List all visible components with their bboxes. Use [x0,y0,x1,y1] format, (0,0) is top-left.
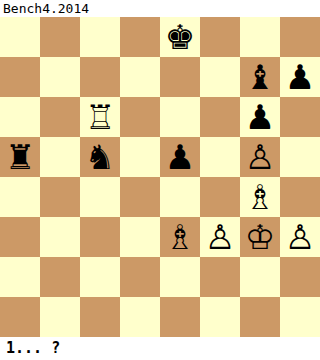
square-d8[interactable] [120,17,160,57]
square-f5[interactable] [200,137,240,177]
square-f8[interactable] [200,17,240,57]
square-c4[interactable] [80,177,120,217]
square-e5[interactable]: ♟ [160,137,200,177]
black-pawn: ♟ [245,97,275,137]
black-bishop: ♝ [245,57,275,97]
square-a4[interactable] [0,177,40,217]
square-b5[interactable] [40,137,80,177]
white-rook: ♖ [85,97,115,137]
square-a5[interactable]: ♜ [0,137,40,177]
square-a1[interactable] [0,297,40,337]
square-a6[interactable] [0,97,40,137]
square-h8[interactable] [280,17,320,57]
square-a7[interactable] [0,57,40,97]
square-g6[interactable]: ♟ [240,97,280,137]
square-e1[interactable] [160,297,200,337]
square-e4[interactable] [160,177,200,217]
square-c7[interactable] [80,57,120,97]
square-e3[interactable]: ♗ [160,217,200,257]
square-d6[interactable] [120,97,160,137]
square-c3[interactable] [80,217,120,257]
square-b8[interactable] [40,17,80,57]
white-bishop: ♗ [245,177,275,217]
square-a3[interactable] [0,217,40,257]
square-g1[interactable] [240,297,280,337]
square-g8[interactable] [240,17,280,57]
square-d5[interactable] [120,137,160,177]
square-c1[interactable] [80,297,120,337]
square-h6[interactable] [280,97,320,137]
square-e6[interactable] [160,97,200,137]
square-b6[interactable] [40,97,80,137]
black-pawn: ♟ [285,57,315,97]
square-c2[interactable] [80,257,120,297]
square-h4[interactable] [280,177,320,217]
square-f2[interactable] [200,257,240,297]
move-prompt: 1... ? [0,337,320,360]
square-d1[interactable] [120,297,160,337]
square-d7[interactable] [120,57,160,97]
square-d3[interactable] [120,217,160,257]
black-king: ♚ [165,17,195,57]
chess-board: ♚♝♟♖♟♜♞♟♙♗♗♙♔♙ [0,17,320,337]
square-b1[interactable] [40,297,80,337]
square-h2[interactable] [280,257,320,297]
square-f6[interactable] [200,97,240,137]
square-e8[interactable]: ♚ [160,17,200,57]
square-h5[interactable] [280,137,320,177]
square-c6[interactable]: ♖ [80,97,120,137]
square-c8[interactable] [80,17,120,57]
square-d4[interactable] [120,177,160,217]
square-h7[interactable]: ♟ [280,57,320,97]
square-g7[interactable]: ♝ [240,57,280,97]
diagram-title: Bench4.2014 [0,0,320,17]
square-g4[interactable]: ♗ [240,177,280,217]
square-f1[interactable] [200,297,240,337]
black-pawn: ♟ [165,137,195,177]
black-knight: ♞ [85,137,115,177]
square-b3[interactable] [40,217,80,257]
square-h1[interactable] [280,297,320,337]
white-bishop: ♗ [165,217,195,257]
square-g3[interactable]: ♔ [240,217,280,257]
square-h3[interactable]: ♙ [280,217,320,257]
square-g5[interactable]: ♙ [240,137,280,177]
square-f3[interactable]: ♙ [200,217,240,257]
square-c5[interactable]: ♞ [80,137,120,177]
white-pawn: ♙ [285,217,315,257]
square-e2[interactable] [160,257,200,297]
square-b7[interactable] [40,57,80,97]
square-a8[interactable] [0,17,40,57]
square-e7[interactable] [160,57,200,97]
white-pawn: ♙ [245,137,275,177]
square-d2[interactable] [120,257,160,297]
black-rook: ♜ [5,137,35,177]
white-pawn: ♙ [205,217,235,257]
square-f7[interactable] [200,57,240,97]
square-a2[interactable] [0,257,40,297]
white-king: ♔ [245,217,275,257]
square-g2[interactable] [240,257,280,297]
square-b2[interactable] [40,257,80,297]
square-b4[interactable] [40,177,80,217]
chess-diagram-window: Bench4.2014 ♚♝♟♖♟♜♞♟♙♗♗♙♔♙ 1... ? [0,0,320,360]
square-f4[interactable] [200,177,240,217]
